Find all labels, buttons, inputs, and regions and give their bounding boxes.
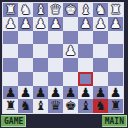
square-f5[interactable] <box>78 44 93 58</box>
square-c5[interactable] <box>33 44 48 58</box>
black-pawn-piece: ♟ <box>110 17 122 31</box>
black-pawn-piece: ♟ <box>65 44 77 58</box>
white-rook-piece: ♜ <box>110 99 122 113</box>
square-d3[interactable] <box>48 72 63 86</box>
square-e4[interactable] <box>63 58 78 72</box>
black-pawn-piece: ♟ <box>35 17 47 31</box>
phone-screen: ♜♞♝♛♚♝♞♜♟♟♟♟♟♟♟♟♟♟♟♟♟♟♟♟♜♞♝♛♚♝♞♜ GAME MA… <box>0 0 128 128</box>
square-f6[interactable] <box>78 31 93 45</box>
square-f4[interactable] <box>78 58 93 72</box>
square-e8[interactable]: ♚ <box>63 3 78 17</box>
square-g5[interactable] <box>93 44 108 58</box>
white-pawn-piece: ♟ <box>95 86 107 100</box>
white-pawn-piece: ♟ <box>50 86 62 100</box>
square-d1[interactable]: ♛ <box>48 99 63 113</box>
white-knight-piece: ♞ <box>95 99 107 113</box>
square-c7[interactable]: ♟ <box>33 17 48 31</box>
square-c6[interactable] <box>33 31 48 45</box>
square-g3[interactable] <box>93 72 108 86</box>
square-b8[interactable]: ♞ <box>18 3 33 17</box>
square-d6[interactable] <box>48 31 63 45</box>
black-pawn-piece: ♟ <box>20 17 32 31</box>
white-pawn-piece: ♟ <box>110 86 122 100</box>
game-softkey-button[interactable]: GAME <box>1 115 26 127</box>
square-d8[interactable]: ♛ <box>48 3 63 17</box>
white-knight-piece: ♞ <box>20 99 32 113</box>
square-c3[interactable] <box>33 72 48 86</box>
square-h4[interactable] <box>108 58 123 72</box>
square-h7[interactable]: ♟ <box>108 17 123 31</box>
black-pawn-piece: ♟ <box>95 17 107 31</box>
white-pawn-piece: ♟ <box>20 86 32 100</box>
square-f8[interactable]: ♝ <box>78 3 93 17</box>
square-e2[interactable]: ♟ <box>63 86 78 100</box>
black-king-piece: ♚ <box>65 3 77 17</box>
square-e5[interactable]: ♟ <box>63 44 78 58</box>
square-f7[interactable]: ♟ <box>78 17 93 31</box>
square-a7[interactable]: ♟ <box>3 17 18 31</box>
square-d7[interactable]: ♟ <box>48 17 63 31</box>
square-g2[interactable]: ♟ <box>93 86 108 100</box>
square-a4[interactable] <box>3 58 18 72</box>
square-h3[interactable] <box>108 72 123 86</box>
square-e1[interactable]: ♚ <box>63 99 78 113</box>
square-d4[interactable] <box>48 58 63 72</box>
square-b7[interactable]: ♟ <box>18 17 33 31</box>
black-pawn-piece: ♟ <box>50 17 62 31</box>
square-d5[interactable] <box>48 44 63 58</box>
square-a8[interactable]: ♜ <box>3 3 18 17</box>
square-e3[interactable] <box>63 72 78 86</box>
square-g8[interactable]: ♞ <box>93 3 108 17</box>
square-g4[interactable] <box>93 58 108 72</box>
square-g1[interactable]: ♞ <box>93 99 108 113</box>
square-b1[interactable]: ♞ <box>18 99 33 113</box>
black-bishop-piece: ♝ <box>80 3 92 17</box>
black-knight-piece: ♞ <box>95 3 107 17</box>
square-b3[interactable] <box>18 72 33 86</box>
chess-board-frame: ♜♞♝♛♚♝♞♜♟♟♟♟♟♟♟♟♟♟♟♟♟♟♟♟♜♞♝♛♚♝♞♜ <box>2 2 124 114</box>
white-pawn-piece: ♟ <box>35 86 47 100</box>
white-queen-piece: ♛ <box>50 99 62 113</box>
black-queen-piece: ♛ <box>50 3 62 17</box>
white-pawn-piece: ♟ <box>80 86 92 100</box>
square-h5[interactable] <box>108 44 123 58</box>
square-e6[interactable] <box>63 31 78 45</box>
square-f3[interactable] <box>78 72 93 86</box>
square-d2[interactable]: ♟ <box>48 86 63 100</box>
white-pawn-piece: ♟ <box>5 86 17 100</box>
white-pawn-piece: ♟ <box>65 86 77 100</box>
black-knight-piece: ♞ <box>20 3 32 17</box>
white-bishop-piece: ♝ <box>80 99 92 113</box>
square-b6[interactable] <box>18 31 33 45</box>
square-c4[interactable] <box>33 58 48 72</box>
black-rook-piece: ♜ <box>110 3 122 17</box>
chess-board[interactable]: ♜♞♝♛♚♝♞♜♟♟♟♟♟♟♟♟♟♟♟♟♟♟♟♟♜♞♝♛♚♝♞♜ <box>3 3 123 113</box>
square-b5[interactable] <box>18 44 33 58</box>
square-g7[interactable]: ♟ <box>93 17 108 31</box>
black-rook-piece: ♜ <box>5 3 17 17</box>
square-h1[interactable]: ♜ <box>108 99 123 113</box>
square-a6[interactable] <box>3 31 18 45</box>
square-f1[interactable]: ♝ <box>78 99 93 113</box>
main-softkey-button[interactable]: MAIN <box>102 115 127 127</box>
square-a1[interactable]: ♜ <box>3 99 18 113</box>
square-b4[interactable] <box>18 58 33 72</box>
square-g6[interactable] <box>93 31 108 45</box>
white-rook-piece: ♜ <box>5 99 17 113</box>
black-pawn-piece: ♟ <box>80 17 92 31</box>
square-c1[interactable]: ♝ <box>33 99 48 113</box>
white-bishop-piece: ♝ <box>35 99 47 113</box>
square-h2[interactable]: ♟ <box>108 86 123 100</box>
square-c8[interactable]: ♝ <box>33 3 48 17</box>
white-king-piece: ♚ <box>65 99 77 113</box>
square-e7[interactable] <box>63 17 78 31</box>
square-b2[interactable]: ♟ <box>18 86 33 100</box>
softkey-bar: GAME MAIN <box>0 114 128 128</box>
square-h6[interactable] <box>108 31 123 45</box>
square-h8[interactable]: ♜ <box>108 3 123 17</box>
square-a2[interactable]: ♟ <box>3 86 18 100</box>
square-c2[interactable]: ♟ <box>33 86 48 100</box>
square-a5[interactable] <box>3 44 18 58</box>
black-bishop-piece: ♝ <box>35 3 47 17</box>
square-f2[interactable]: ♟ <box>78 86 93 100</box>
black-pawn-piece: ♟ <box>5 17 17 31</box>
square-a3[interactable] <box>3 72 18 86</box>
